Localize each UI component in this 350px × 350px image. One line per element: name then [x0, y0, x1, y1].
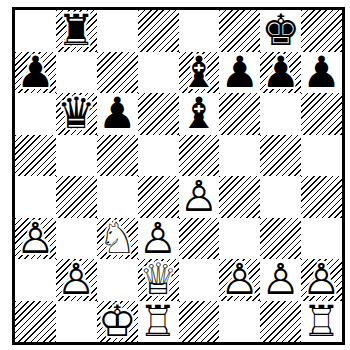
square-d7[interactable]	[138, 52, 179, 94]
square-d8[interactable]	[138, 10, 179, 52]
square-f1[interactable]	[219, 301, 260, 343]
square-a7[interactable]: ♟	[15, 52, 56, 94]
piece-outline-layer: ♕	[138, 259, 179, 301]
square-b8[interactable]: ♜	[56, 10, 97, 52]
square-g1[interactable]	[260, 301, 301, 343]
square-g5[interactable]	[260, 135, 301, 177]
black-pawn[interactable]: ♟	[219, 52, 260, 94]
square-a3[interactable]: ♟♙	[15, 218, 56, 260]
black-pawn[interactable]: ♟	[301, 52, 342, 94]
square-e2[interactable]	[179, 259, 220, 301]
square-e5[interactable]	[179, 135, 220, 177]
square-c1[interactable]: ♚♔	[97, 301, 138, 343]
piece-glyph: ♚	[260, 10, 301, 52]
chess-board: ♜♚♟♝♟♟♟♛♟♝♟♙♟♙♞♘♟♙♟♙♛♕♟♙♟♙♟♙♚♔♜♖♜♖	[15, 10, 342, 342]
square-g3[interactable]	[260, 218, 301, 260]
square-b4[interactable]	[56, 176, 97, 218]
white-pawn[interactable]: ♟♙	[138, 218, 179, 260]
square-e1[interactable]	[179, 301, 220, 343]
square-a4[interactable]	[15, 176, 56, 218]
square-h4[interactable]	[301, 176, 342, 218]
square-h1[interactable]: ♜♖	[301, 301, 342, 343]
piece-outline-layer: ♖	[138, 301, 179, 343]
square-a6[interactable]	[15, 93, 56, 135]
square-h8[interactable]	[301, 10, 342, 52]
square-e8[interactable]	[179, 10, 220, 52]
piece-glyph: ♟	[97, 93, 138, 135]
square-g6[interactable]	[260, 93, 301, 135]
piece-glyph: ♟	[260, 52, 301, 94]
square-d2[interactable]: ♛♕	[138, 259, 179, 301]
piece-glyph: ♛	[56, 93, 97, 135]
black-pawn[interactable]: ♟	[15, 52, 56, 94]
piece-outline-layer: ♘	[97, 218, 138, 260]
white-king[interactable]: ♚♔	[97, 301, 138, 343]
square-a8[interactable]	[15, 10, 56, 52]
square-d4[interactable]	[138, 176, 179, 218]
square-c7[interactable]	[97, 52, 138, 94]
piece-glyph: ♝	[179, 52, 220, 94]
square-d1[interactable]: ♜♖	[138, 301, 179, 343]
white-pawn[interactable]: ♟♙	[56, 259, 97, 301]
white-pawn[interactable]: ♟♙	[219, 259, 260, 301]
square-d6[interactable]	[138, 93, 179, 135]
piece-outline-layer: ♙	[138, 218, 179, 260]
piece-outline-layer: ♙	[219, 259, 260, 301]
white-pawn[interactable]: ♟♙	[260, 259, 301, 301]
piece-outline-layer: ♙	[56, 259, 97, 301]
piece-glyph: ♝	[179, 93, 220, 135]
square-b1[interactable]	[56, 301, 97, 343]
piece-outline-layer: ♔	[97, 301, 138, 343]
square-h3[interactable]	[301, 218, 342, 260]
black-queen[interactable]: ♛	[56, 93, 97, 135]
square-f8[interactable]	[219, 10, 260, 52]
square-d3[interactable]: ♟♙	[138, 218, 179, 260]
square-c6[interactable]: ♟	[97, 93, 138, 135]
square-b3[interactable]	[56, 218, 97, 260]
black-rook[interactable]: ♜	[56, 10, 97, 52]
square-g2[interactable]: ♟♙	[260, 259, 301, 301]
square-d5[interactable]	[138, 135, 179, 177]
black-king[interactable]: ♚	[260, 10, 301, 52]
white-pawn[interactable]: ♟♙	[301, 259, 342, 301]
square-h5[interactable]	[301, 135, 342, 177]
black-pawn[interactable]: ♟	[260, 52, 301, 94]
square-e3[interactable]	[179, 218, 220, 260]
white-pawn[interactable]: ♟♙	[179, 176, 220, 218]
black-bishop[interactable]: ♝	[179, 52, 220, 94]
black-pawn[interactable]: ♟	[97, 93, 138, 135]
piece-glyph: ♜	[56, 10, 97, 52]
piece-outline-layer: ♙	[179, 176, 220, 218]
white-knight[interactable]: ♞♘	[97, 218, 138, 260]
square-a1[interactable]	[15, 301, 56, 343]
square-h6[interactable]	[301, 93, 342, 135]
chess-board-frame: ♜♚♟♝♟♟♟♛♟♝♟♙♟♙♞♘♟♙♟♙♛♕♟♙♟♙♟♙♚♔♜♖♜♖	[12, 7, 345, 345]
piece-glyph: ♟	[219, 52, 260, 94]
square-f3[interactable]	[219, 218, 260, 260]
white-rook[interactable]: ♜♖	[138, 301, 179, 343]
white-pawn[interactable]: ♟♙	[15, 218, 56, 260]
white-queen[interactable]: ♛♕	[138, 259, 179, 301]
square-c3[interactable]: ♞♘	[97, 218, 138, 260]
square-e4[interactable]: ♟♙	[179, 176, 220, 218]
square-c8[interactable]	[97, 10, 138, 52]
square-f6[interactable]	[219, 93, 260, 135]
square-f5[interactable]	[219, 135, 260, 177]
square-c4[interactable]	[97, 176, 138, 218]
square-b2[interactable]: ♟♙	[56, 259, 97, 301]
square-c2[interactable]	[97, 259, 138, 301]
square-f2[interactable]: ♟♙	[219, 259, 260, 301]
square-c5[interactable]	[97, 135, 138, 177]
square-e7[interactable]: ♝	[179, 52, 220, 94]
square-b6[interactable]: ♛	[56, 93, 97, 135]
square-a2[interactable]	[15, 259, 56, 301]
piece-glyph: ♟	[15, 52, 56, 94]
square-f4[interactable]	[219, 176, 260, 218]
square-b5[interactable]	[56, 135, 97, 177]
black-bishop[interactable]: ♝	[179, 93, 220, 135]
square-h7[interactable]: ♟	[301, 52, 342, 94]
square-g8[interactable]: ♚	[260, 10, 301, 52]
piece-outline-layer: ♙	[260, 259, 301, 301]
square-e6[interactable]: ♝	[179, 93, 220, 135]
piece-glyph: ♟	[301, 52, 342, 94]
piece-outline-layer: ♙	[301, 259, 342, 301]
square-b7[interactable]	[56, 52, 97, 94]
square-f7[interactable]: ♟	[219, 52, 260, 94]
square-h2[interactable]: ♟♙	[301, 259, 342, 301]
piece-outline-layer: ♙	[15, 218, 56, 260]
square-g7[interactable]: ♟	[260, 52, 301, 94]
square-a5[interactable]	[15, 135, 56, 177]
square-g4[interactable]	[260, 176, 301, 218]
piece-outline-layer: ♖	[301, 301, 342, 343]
white-rook[interactable]: ♜♖	[301, 301, 342, 343]
